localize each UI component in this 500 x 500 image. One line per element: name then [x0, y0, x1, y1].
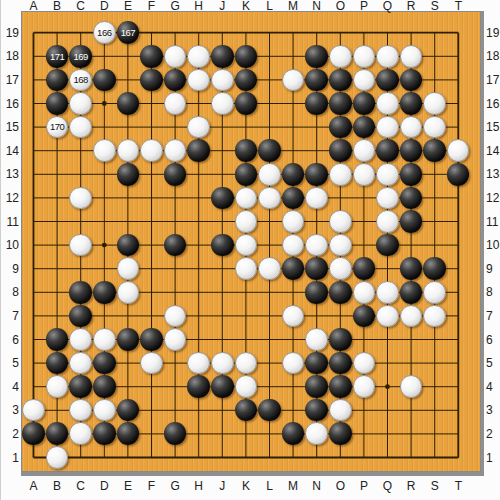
col-label-top-G: G — [170, 0, 179, 13]
intersection-C2 — [69, 422, 93, 446]
white-stone-O11 — [329, 210, 352, 233]
intersection-D2 — [92, 422, 116, 446]
go-board-screen: 166167171169168170 AABBCCDDEEFFGGHHJJKKL… — [0, 0, 500, 500]
black-stone-B17 — [46, 69, 69, 92]
white-stone-P5 — [353, 352, 376, 375]
white-stone-M10 — [282, 234, 305, 257]
black-stone-K14 — [235, 139, 258, 162]
intersection-G10 — [163, 233, 187, 257]
intersection-Q13 — [376, 162, 400, 186]
col-label-top-A: A — [29, 0, 37, 13]
row-label-right-13: 13 — [486, 167, 499, 181]
intersection-P5 — [352, 351, 376, 375]
white-stone-P4 — [353, 375, 376, 398]
intersection-K17 — [234, 68, 258, 92]
black-stone-N18 — [305, 45, 328, 68]
intersection-O9 — [328, 257, 352, 281]
black-stone-E19: 167 — [117, 21, 140, 44]
black-stone-C8 — [69, 281, 92, 304]
black-stone-R12 — [400, 187, 423, 210]
white-stone-J16 — [211, 92, 234, 115]
intersection-Q17 — [376, 68, 400, 92]
intersection-E3 — [116, 398, 140, 422]
white-stone-C2 — [69, 422, 92, 445]
black-stone-D5 — [93, 352, 116, 375]
intersection-O15 — [328, 115, 352, 139]
black-stone-E2 — [117, 422, 140, 445]
col-label-top-H: H — [194, 0, 203, 13]
white-stone-Q8 — [376, 281, 399, 304]
intersection-S14 — [423, 139, 447, 163]
intersection-R12 — [399, 186, 423, 210]
black-stone-K16 — [235, 92, 258, 115]
intersection-G7 — [163, 304, 187, 328]
intersection-F5 — [140, 351, 164, 375]
col-label-bottom-H: H — [194, 479, 203, 493]
intersection-E6 — [116, 328, 140, 352]
intersection-K11 — [234, 210, 258, 234]
col-label-top-R: R — [407, 0, 416, 13]
intersection-B4 — [45, 375, 69, 399]
white-stone-N12 — [305, 187, 328, 210]
intersection-H14 — [187, 139, 211, 163]
intersection-P15 — [352, 115, 376, 139]
white-stone-R18 — [400, 45, 423, 68]
black-stone-P9 — [353, 257, 376, 280]
intersection-M2 — [281, 422, 305, 446]
black-stone-P7 — [353, 305, 376, 328]
white-stone-H18 — [187, 45, 210, 68]
board-shadow-bottom — [21, 472, 484, 476]
black-stone-O8 — [329, 281, 352, 304]
col-label-top-Q: Q — [383, 0, 392, 13]
col-label-top-M: M — [288, 0, 298, 13]
intersection-O17 — [328, 68, 352, 92]
row-label-right-3: 3 — [486, 403, 493, 417]
intersection-B2 — [45, 422, 69, 446]
intersection-Q18 — [376, 44, 400, 68]
black-stone-E3 — [117, 399, 140, 422]
white-stone-L9 — [258, 257, 281, 280]
intersection-D6 — [92, 328, 116, 352]
col-label-top-E: E — [124, 0, 132, 13]
black-stone-B18: 171 — [46, 45, 69, 68]
col-label-top-C: C — [76, 0, 85, 13]
row-label-left-6: 6 — [2, 333, 19, 347]
row-label-right-16: 16 — [486, 97, 499, 111]
white-stone-H5 — [187, 352, 210, 375]
white-stone-H15 — [187, 116, 210, 139]
intersection-O14 — [328, 139, 352, 163]
intersection-O4 — [328, 375, 352, 399]
row-label-left-2: 2 — [2, 427, 19, 441]
intersection-R9 — [399, 257, 423, 281]
intersection-P14 — [352, 139, 376, 163]
row-label-left-8: 8 — [2, 285, 19, 299]
col-label-top-N: N — [312, 0, 321, 13]
row-label-left-11: 11 — [2, 215, 19, 229]
black-stone-O6 — [329, 328, 352, 351]
intersection-B18: 171 — [45, 44, 69, 68]
white-stone-C12 — [69, 187, 92, 210]
black-stone-M9 — [282, 257, 305, 280]
col-label-bottom-O: O — [336, 479, 345, 493]
intersection-C8 — [69, 280, 93, 304]
intersection-S15 — [423, 115, 447, 139]
white-stone-T14 — [447, 139, 470, 162]
intersection-S7 — [423, 304, 447, 328]
white-stone-G16 — [164, 92, 187, 115]
white-stone-O13 — [329, 163, 352, 186]
white-stone-M11 — [282, 210, 305, 233]
white-stone-O18 — [329, 45, 352, 68]
intersection-H5 — [187, 351, 211, 375]
intersection-K10 — [234, 233, 258, 257]
row-label-right-7: 7 — [486, 309, 493, 323]
intersection-P7 — [352, 304, 376, 328]
intersection-G18 — [163, 44, 187, 68]
black-stone-C18: 169 — [69, 45, 92, 68]
intersection-L14 — [258, 139, 282, 163]
intersection-P17 — [352, 68, 376, 92]
white-stone-D6 — [93, 328, 116, 351]
black-stone-S9 — [423, 257, 446, 280]
white-stone-S16 — [423, 92, 446, 115]
intersection-C10 — [69, 233, 93, 257]
intersection-P4 — [352, 375, 376, 399]
intersection-H17 — [187, 68, 211, 92]
intersection-Q16 — [376, 92, 400, 116]
row-label-left-9: 9 — [2, 262, 19, 276]
black-stone-C4 — [69, 375, 92, 398]
row-label-left-16: 16 — [2, 97, 19, 111]
white-stone-C10 — [69, 234, 92, 257]
intersection-B6 — [45, 328, 69, 352]
white-stone-F14 — [140, 139, 163, 162]
white-stone-M17 — [282, 69, 305, 92]
black-stone-Q10 — [376, 234, 399, 257]
col-label-bottom-T: T — [455, 479, 462, 493]
intersection-C12 — [69, 186, 93, 210]
intersection-J12 — [210, 186, 234, 210]
row-label-right-1: 1 — [486, 451, 493, 465]
intersection-F6 — [140, 328, 164, 352]
intersection-M12 — [281, 186, 305, 210]
intersection-E19: 167 — [116, 21, 140, 45]
intersection-L13 — [258, 162, 282, 186]
intersection-B1 — [45, 446, 69, 470]
intersection-T13 — [446, 162, 470, 186]
intersection-J5 — [210, 351, 234, 375]
intersection-B17 — [45, 68, 69, 92]
intersection-G17 — [163, 68, 187, 92]
intersection-O6 — [328, 328, 352, 352]
col-label-bottom-P: P — [360, 479, 368, 493]
black-stone-H14 — [187, 139, 210, 162]
intersection-K13 — [234, 162, 258, 186]
black-stone-N9 — [305, 257, 328, 280]
black-stone-G13 — [164, 163, 187, 186]
white-stone-M5 — [282, 352, 305, 375]
intersection-K14 — [234, 139, 258, 163]
row-label-right-19: 19 — [486, 26, 499, 40]
intersection-A2 — [22, 422, 46, 446]
intersection-C17: 168 — [69, 68, 93, 92]
black-stone-G17 — [164, 69, 187, 92]
intersection-B15: 170 — [45, 115, 69, 139]
intersection-K18 — [234, 44, 258, 68]
intersection-G6 — [163, 328, 187, 352]
col-label-bottom-G: G — [170, 479, 179, 493]
black-stone-C7 — [69, 305, 92, 328]
black-stone-J18 — [211, 45, 234, 68]
black-stone-R13 — [400, 163, 423, 186]
black-stone-O2 — [329, 422, 352, 445]
row-label-right-4: 4 — [486, 380, 493, 394]
intersection-M9 — [281, 257, 305, 281]
white-stone-S15 — [423, 116, 446, 139]
intersection-D17 — [92, 68, 116, 92]
white-stone-K12 — [235, 187, 258, 210]
intersection-P8 — [352, 280, 376, 304]
black-stone-N4 — [305, 375, 328, 398]
col-label-bottom-A: A — [29, 479, 37, 493]
intersection-C4 — [69, 375, 93, 399]
row-label-right-6: 6 — [486, 333, 493, 347]
intersection-R7 — [399, 304, 423, 328]
white-stone-C6 — [69, 328, 92, 351]
black-stone-G10 — [164, 234, 187, 257]
intersection-J4 — [210, 375, 234, 399]
black-stone-K17 — [235, 69, 258, 92]
intersection-P18 — [352, 44, 376, 68]
black-stone-K18 — [235, 45, 258, 68]
intersection-R18 — [399, 44, 423, 68]
intersection-J17 — [210, 68, 234, 92]
col-label-bottom-E: E — [124, 479, 132, 493]
intersection-N3 — [305, 398, 329, 422]
col-label-top-L: L — [266, 0, 273, 13]
intersection-N5 — [305, 351, 329, 375]
col-label-top-B: B — [53, 0, 61, 13]
intersection-M7 — [281, 304, 305, 328]
intersection-F18 — [140, 44, 164, 68]
white-stone-G18 — [164, 45, 187, 68]
col-label-bottom-M: M — [288, 479, 298, 493]
intersection-E8 — [116, 280, 140, 304]
black-stone-E13 — [117, 163, 140, 186]
intersection-A3 — [22, 398, 46, 422]
intersection-K5 — [234, 351, 258, 375]
intersection-O5 — [328, 351, 352, 375]
white-stone-C16 — [69, 92, 92, 115]
intersection-O16 — [328, 92, 352, 116]
black-stone-Q17 — [376, 69, 399, 92]
intersection-C7 — [69, 304, 93, 328]
intersection-H18 — [187, 44, 211, 68]
white-stone-C5 — [69, 352, 92, 375]
intersection-O13 — [328, 162, 352, 186]
col-label-top-T: T — [455, 0, 462, 13]
intersection-E2 — [116, 422, 140, 446]
intersection-E13 — [116, 162, 140, 186]
intersection-C18: 169 — [69, 44, 93, 68]
black-stone-O17 — [329, 69, 352, 92]
intersection-S8 — [423, 280, 447, 304]
row-label-left-12: 12 — [2, 191, 19, 205]
black-stone-N13 — [305, 163, 328, 186]
white-stone-G14 — [164, 139, 187, 162]
white-stone-O9 — [329, 257, 352, 280]
intersection-G16 — [163, 92, 187, 116]
white-stone-P17 — [353, 69, 376, 92]
col-label-top-F: F — [148, 0, 155, 13]
white-stone-P13 — [353, 163, 376, 186]
intersection-N10 — [305, 233, 329, 257]
intersection-K12 — [234, 186, 258, 210]
col-label-bottom-C: C — [76, 479, 85, 493]
intersection-D4 — [92, 375, 116, 399]
white-stone-D14 — [93, 139, 116, 162]
white-stone-O3 — [329, 399, 352, 422]
stones-layer: 166167171169168170 — [22, 21, 470, 469]
white-stone-R7 — [400, 305, 423, 328]
white-stone-R15 — [400, 116, 423, 139]
black-stone-N5 — [305, 352, 328, 375]
col-label-top-J: J — [219, 0, 225, 13]
black-stone-B6 — [46, 328, 69, 351]
white-stone-Q15 — [376, 116, 399, 139]
intersection-R11 — [399, 210, 423, 234]
intersection-J10 — [210, 233, 234, 257]
black-stone-R17 — [400, 69, 423, 92]
row-label-right-2: 2 — [486, 427, 493, 441]
row-label-left-5: 5 — [2, 356, 19, 370]
white-stone-F5 — [140, 352, 163, 375]
intersection-K3 — [234, 398, 258, 422]
black-stone-R14 — [400, 139, 423, 162]
intersection-O18 — [328, 44, 352, 68]
intersection-K9 — [234, 257, 258, 281]
intersection-Q12 — [376, 186, 400, 210]
intersection-R13 — [399, 162, 423, 186]
white-stone-Q12 — [376, 187, 399, 210]
col-label-top-S: S — [431, 0, 439, 13]
black-stone-B2 — [46, 422, 69, 445]
black-stone-H4 — [187, 375, 210, 398]
intersection-Q15 — [376, 115, 400, 139]
black-stone-O5 — [329, 352, 352, 375]
intersection-Q14 — [376, 139, 400, 163]
white-stone-C15 — [69, 116, 92, 139]
goban[interactable]: 166167171169168170 — [21, 11, 481, 472]
black-stone-E6 — [117, 328, 140, 351]
black-stone-N16 — [305, 92, 328, 115]
row-label-left-15: 15 — [2, 120, 19, 134]
intersection-O11 — [328, 210, 352, 234]
black-stone-P15 — [353, 116, 376, 139]
black-stone-M2 — [282, 422, 305, 445]
white-stone-N2 — [305, 422, 328, 445]
black-stone-D17 — [93, 69, 116, 92]
col-label-top-K: K — [242, 0, 250, 13]
intersection-R15 — [399, 115, 423, 139]
row-label-right-5: 5 — [486, 356, 493, 370]
intersection-F17 — [140, 68, 164, 92]
intersection-N2 — [305, 422, 329, 446]
intersection-R8 — [399, 280, 423, 304]
col-label-top-D: D — [100, 0, 109, 13]
black-stone-B16 — [46, 92, 69, 115]
black-stone-J10 — [211, 234, 234, 257]
black-stone-M13 — [282, 163, 305, 186]
white-stone-S8 — [423, 281, 446, 304]
col-label-bottom-N: N — [312, 479, 321, 493]
black-stone-F18 — [140, 45, 163, 68]
intersection-C6 — [69, 328, 93, 352]
intersection-N12 — [305, 186, 329, 210]
intersection-L3 — [258, 398, 282, 422]
white-stone-P8 — [353, 281, 376, 304]
white-stone-C17: 168 — [69, 69, 92, 92]
row-label-right-18: 18 — [486, 49, 499, 63]
row-label-right-14: 14 — [486, 144, 499, 158]
col-label-bottom-R: R — [407, 479, 416, 493]
white-stone-E9 — [117, 257, 140, 280]
intersection-R17 — [399, 68, 423, 92]
white-stone-S7 — [423, 305, 446, 328]
black-stone-O14 — [329, 139, 352, 162]
intersection-B16 — [45, 92, 69, 116]
black-stone-N17 — [305, 69, 328, 92]
intersection-C16 — [69, 92, 93, 116]
black-stone-D4 — [93, 375, 116, 398]
intersection-F14 — [140, 139, 164, 163]
white-stone-P14 — [353, 139, 376, 162]
intersection-G2 — [163, 422, 187, 446]
intersection-N13 — [305, 162, 329, 186]
intersection-N6 — [305, 328, 329, 352]
row-label-left-19: 19 — [2, 26, 19, 40]
intersection-O2 — [328, 422, 352, 446]
black-stone-A2 — [22, 422, 45, 445]
intersection-D19: 166 — [92, 21, 116, 45]
black-stone-R11 — [400, 210, 423, 233]
col-label-bottom-D: D — [100, 479, 109, 493]
white-stone-E8 — [117, 281, 140, 304]
col-label-top-P: P — [360, 0, 368, 13]
black-stone-N3 — [305, 399, 328, 422]
black-stone-L3 — [258, 399, 281, 422]
black-stone-E10 — [117, 234, 140, 257]
black-stone-Q14 — [376, 139, 399, 162]
black-stone-O16 — [329, 92, 352, 115]
white-stone-Q7 — [376, 305, 399, 328]
black-stone-J12 — [211, 187, 234, 210]
row-label-right-12: 12 — [486, 191, 499, 205]
intersection-L12 — [258, 186, 282, 210]
row-label-left-17: 17 — [2, 73, 19, 87]
black-stone-O4 — [329, 375, 352, 398]
white-stone-P18 — [353, 45, 376, 68]
intersection-Q8 — [376, 280, 400, 304]
black-stone-J4 — [211, 375, 234, 398]
white-stone-K4 — [235, 375, 258, 398]
black-stone-S14 — [423, 139, 446, 162]
col-label-bottom-K: K — [242, 479, 250, 493]
col-label-bottom-S: S — [431, 479, 439, 493]
intersection-K16 — [234, 92, 258, 116]
